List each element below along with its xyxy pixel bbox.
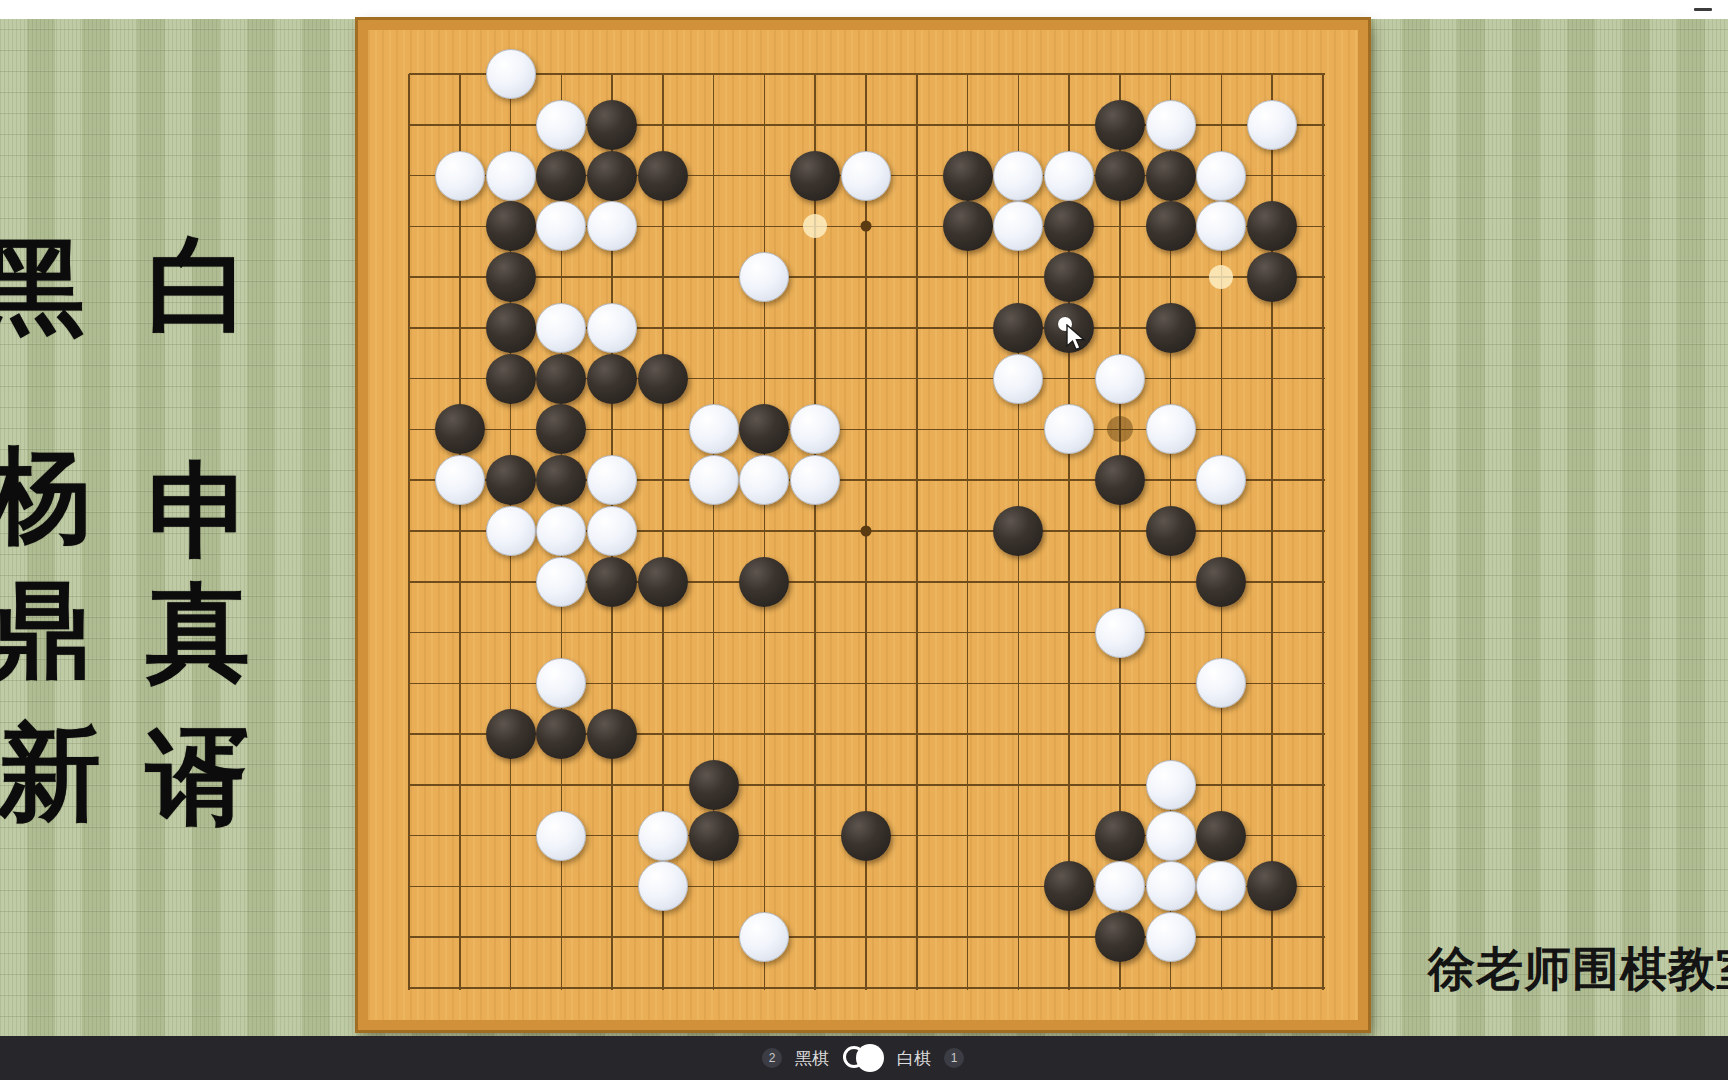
white-stone — [790, 455, 840, 505]
white-stone — [1095, 861, 1145, 911]
black-stone — [1247, 201, 1297, 251]
black-stone — [486, 709, 536, 759]
black-stone — [739, 404, 789, 454]
white-stone — [435, 151, 485, 201]
black-stone — [587, 709, 637, 759]
grid-line-v — [814, 74, 816, 990]
white-stone — [1196, 201, 1246, 251]
black-stone — [486, 455, 536, 505]
black-stone — [1146, 151, 1196, 201]
black-stone — [1095, 912, 1145, 962]
white-stone — [790, 404, 840, 454]
white-stone — [536, 303, 586, 353]
white-stone — [536, 201, 586, 251]
white-stone — [1247, 100, 1297, 150]
black-stone — [1095, 151, 1145, 201]
black-stone — [1044, 201, 1094, 251]
white-stone-knob-icon — [856, 1044, 884, 1072]
go-board[interactable] — [358, 20, 1368, 1030]
grid-line-v — [764, 74, 766, 990]
white-stone — [1044, 404, 1094, 454]
white-player-char-2: 真 — [146, 580, 250, 684]
app-window: 黑 杨 鼎 新 白 申 真 谞 徐老师围棋教室 2 黑棋 白棋 1 — [0, 0, 1728, 1080]
black-stone — [536, 455, 586, 505]
black-stone — [486, 252, 536, 302]
white-stone — [689, 455, 739, 505]
black-stone — [1095, 100, 1145, 150]
white-stone — [486, 151, 536, 201]
black-stone — [587, 354, 637, 404]
white-stone — [1146, 404, 1196, 454]
black-player-char-1: 杨 — [0, 443, 91, 547]
watermark-text: 徐老师围棋教室 — [1428, 938, 1728, 1001]
black-stone — [1247, 252, 1297, 302]
grid-line-h — [409, 73, 1325, 75]
black-stone — [587, 100, 637, 150]
star-point — [861, 526, 872, 537]
black-stone — [587, 151, 637, 201]
black-stone — [841, 811, 891, 861]
white-stone — [638, 811, 688, 861]
black-stone — [1196, 811, 1246, 861]
white-stone — [739, 455, 789, 505]
black-label: 黑 — [0, 235, 85, 339]
grid-line-h — [409, 987, 1325, 989]
black-stone — [943, 201, 993, 251]
highlight-cream-marker — [1209, 265, 1233, 289]
black-stone — [536, 709, 586, 759]
black-stone — [1247, 861, 1297, 911]
black-stone — [587, 557, 637, 607]
white-player-char-1: 申 — [148, 459, 252, 563]
white-stone — [841, 151, 891, 201]
grid-line-v — [1322, 74, 1324, 990]
black-stone — [1044, 861, 1094, 911]
white-stone — [587, 455, 637, 505]
white-stone — [486, 506, 536, 556]
black-stone — [1095, 455, 1145, 505]
titlebar — [0, 0, 1728, 19]
white-stone — [638, 861, 688, 911]
black-stone — [1196, 557, 1246, 607]
white-stone — [739, 252, 789, 302]
shadow-dark-marker — [1107, 416, 1133, 442]
white-stone — [1044, 151, 1094, 201]
grid-line-h — [409, 632, 1325, 634]
black-stone — [1044, 252, 1094, 302]
black-stone — [536, 354, 586, 404]
white-stone — [536, 506, 586, 556]
white-label: 白 — [147, 233, 251, 337]
mouse-cursor-icon — [1065, 324, 1089, 354]
black-stone — [1146, 201, 1196, 251]
highlight-cream-marker — [803, 214, 827, 238]
white-stone — [536, 100, 586, 150]
black-stone — [536, 404, 586, 454]
white-stone — [486, 49, 536, 99]
black-stone — [943, 151, 993, 201]
white-stone — [1095, 354, 1145, 404]
black-stone — [993, 303, 1043, 353]
black-stone — [790, 151, 840, 201]
white-stone — [1146, 100, 1196, 150]
white-stone — [536, 557, 586, 607]
white-stone — [1196, 455, 1246, 505]
black-player-char-3: 新 — [0, 721, 101, 825]
black-player-char-2: 鼎 — [0, 578, 91, 682]
minimize-icon[interactable] — [1694, 8, 1712, 11]
white-stone — [1146, 760, 1196, 810]
white-stone — [1146, 811, 1196, 861]
white-stone — [993, 354, 1043, 404]
black-stone — [638, 557, 688, 607]
white-player-char-3: 谞 — [146, 725, 250, 829]
bottom-bar: 2 黑棋 白棋 1 — [0, 1036, 1728, 1080]
black-stone — [993, 506, 1043, 556]
black-stone — [638, 354, 688, 404]
star-point — [861, 221, 872, 232]
black-stone — [689, 811, 739, 861]
white-stone — [993, 151, 1043, 201]
grid-line-h — [409, 276, 1325, 278]
black-stone — [739, 557, 789, 607]
black-stone — [435, 404, 485, 454]
white-count-badge: 1 — [944, 1048, 964, 1068]
black-stone — [486, 354, 536, 404]
black-stone — [1095, 811, 1145, 861]
white-stone — [587, 201, 637, 251]
black-stone — [1146, 506, 1196, 556]
white-stone — [739, 912, 789, 962]
white-stone — [1196, 151, 1246, 201]
black-stone — [486, 201, 536, 251]
black-count-badge: 2 — [762, 1048, 782, 1068]
grid-line-v — [459, 74, 461, 990]
white-stone — [1146, 912, 1196, 962]
white-stone — [536, 811, 586, 861]
white-stone — [435, 455, 485, 505]
color-toggle[interactable] — [842, 1043, 884, 1073]
white-stones-label: 白棋 — [897, 1047, 931, 1070]
white-stone — [1196, 658, 1246, 708]
black-stone — [486, 303, 536, 353]
black-stone — [536, 151, 586, 201]
grid-line-v — [916, 74, 918, 990]
white-stone — [993, 201, 1043, 251]
black-stone — [1146, 303, 1196, 353]
black-stone — [689, 760, 739, 810]
white-stone — [587, 506, 637, 556]
white-stone — [587, 303, 637, 353]
white-stone — [1146, 861, 1196, 911]
white-stone — [1095, 608, 1145, 658]
black-stones-label: 黑棋 — [795, 1047, 829, 1070]
white-stone — [1196, 861, 1246, 911]
white-stone — [536, 658, 586, 708]
grid-line-v — [408, 74, 410, 990]
black-stone — [638, 151, 688, 201]
white-stone — [689, 404, 739, 454]
